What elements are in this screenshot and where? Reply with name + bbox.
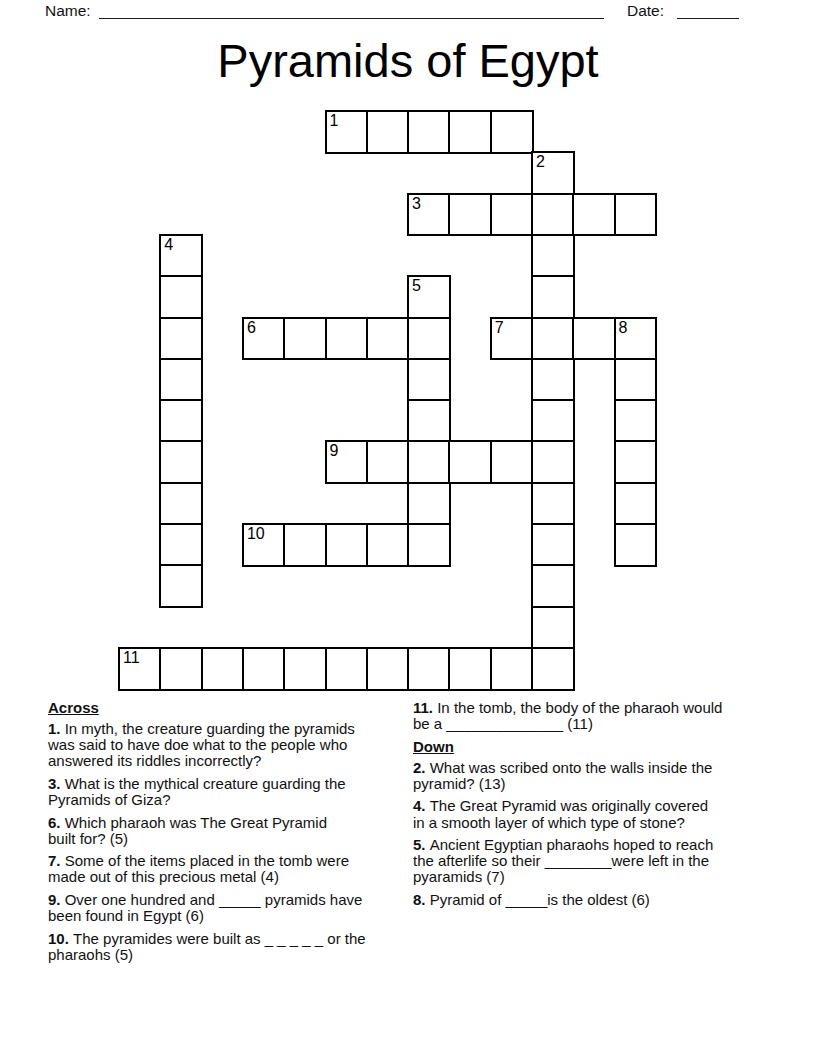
grid-cell[interactable]: 8	[614, 317, 658, 361]
grid-cell[interactable]	[531, 399, 575, 443]
grid-cell[interactable]	[614, 358, 658, 402]
grid-cell[interactable]	[159, 358, 203, 402]
grid-cell[interactable]	[531, 482, 575, 526]
grid-cell[interactable]	[531, 440, 575, 484]
clue-item: 10. The pyramides were built as _ _ _ _ …	[48, 931, 410, 963]
grid-cell[interactable]	[242, 647, 286, 691]
clue-number: 10	[247, 526, 265, 542]
across-clues-list: 1. In myth, the creature guarding the py…	[48, 721, 410, 963]
across-clues-column: Across 1. In myth, the creature guarding…	[48, 700, 410, 969]
grid-cell[interactable]	[572, 193, 616, 237]
grid-cell[interactable]	[366, 440, 410, 484]
grid-cell[interactable]	[283, 523, 327, 567]
grid-cell[interactable]: 10	[242, 523, 286, 567]
clue-number: 8	[619, 320, 628, 336]
down-header: Down	[413, 739, 779, 755]
clue-item: 1. In myth, the creature guarding the py…	[48, 721, 410, 769]
grid-cell[interactable]	[572, 317, 616, 361]
grid-cell[interactable]	[614, 523, 658, 567]
clue-item-text: Over one hundred and _____ pyramids have…	[48, 891, 362, 924]
grid-cell[interactable]	[407, 399, 451, 443]
clue-item-text: The Great Pyramid was originally covered…	[413, 797, 708, 830]
grid-cell[interactable]	[448, 647, 492, 691]
grid-cell[interactable]: 7	[490, 317, 534, 361]
grid-cell[interactable]	[448, 110, 492, 154]
grid-cell[interactable]	[531, 358, 575, 402]
down-clues-list: 2. What was scribed onto the walls insid…	[413, 760, 779, 908]
grid-cell[interactable]	[614, 193, 658, 237]
grid-cell[interactable]	[490, 110, 534, 154]
grid-cell[interactable]	[531, 564, 575, 608]
name-label: Name:	[45, 2, 91, 19]
grid-cell[interactable]: 6	[242, 317, 286, 361]
clue-item-text: In myth, the creature guarding the pyram…	[48, 720, 355, 769]
grid-cell[interactable]	[159, 317, 203, 361]
clue-item-number: 4.	[413, 797, 430, 814]
grid-cell[interactable]	[407, 647, 451, 691]
clue-item: 7. Some of the items placed in the tomb …	[48, 853, 410, 885]
grid-cell[interactable]	[283, 647, 327, 691]
grid-cell[interactable]	[448, 440, 492, 484]
clue-item-text: The pyramides were built as _ _ _ _ _ or…	[48, 930, 366, 963]
grid-cell[interactable]	[490, 440, 534, 484]
clue-item-number: 7.	[48, 852, 65, 869]
clue-item: 8. Pyramid of _____is the oldest (6)	[413, 892, 779, 908]
clue-item-text: Ancient Egyptian pharaohs hoped to reach…	[413, 836, 713, 885]
grid-cell[interactable]	[159, 564, 203, 608]
clue-item: 11. In the tomb, the body of the pharaoh…	[413, 700, 779, 732]
grid-cell[interactable]: 5	[407, 275, 451, 319]
clue-item-number: 8.	[413, 891, 430, 908]
grid-cell[interactable]	[366, 317, 410, 361]
grid-cell[interactable]	[201, 647, 245, 691]
clue-item-number: 1.	[48, 720, 65, 737]
clue-item-text: What is the mythical creature guarding t…	[48, 775, 346, 808]
name-blank-line	[99, 2, 604, 19]
date-label: Date:	[627, 2, 664, 19]
grid-cell[interactable]	[159, 440, 203, 484]
clue-item-text: What was scribed onto the walls inside t…	[413, 759, 712, 792]
clue-item-number: 2.	[413, 759, 430, 776]
grid-cell[interactable]	[407, 110, 451, 154]
clue-item-number: 9.	[48, 891, 65, 908]
grid-cell[interactable]	[531, 317, 575, 361]
clue-number: 6	[247, 320, 256, 336]
date-blank-line	[677, 2, 739, 19]
grid-cell[interactable]	[325, 523, 369, 567]
worksheet-page: Name: Date: Pyramids of Egypt 1234567891…	[0, 0, 816, 1056]
grid-cell[interactable]	[614, 440, 658, 484]
right-clues-column: 11. In the tomb, the body of the pharaoh…	[413, 700, 779, 915]
grid-cell[interactable]	[407, 440, 451, 484]
clue-number: 2	[536, 154, 545, 170]
clue-number: 1	[330, 113, 339, 129]
grid-cell[interactable]	[531, 193, 575, 237]
grid-cell[interactable]	[407, 482, 451, 526]
across-header: Across	[48, 700, 410, 716]
grid-cell[interactable]	[159, 275, 203, 319]
clue-item: 2. What was scribed onto the walls insid…	[413, 760, 779, 792]
clue-item-number: 6.	[48, 814, 65, 831]
grid-cell[interactable]: 4	[159, 234, 203, 278]
grid-cell[interactable]	[325, 647, 369, 691]
grid-cell[interactable]	[614, 399, 658, 443]
grid-cell[interactable]: 2	[531, 151, 575, 195]
clue-item-text: Pyramid of _____is the oldest (6)	[430, 891, 650, 908]
grid-cell[interactable]	[531, 606, 575, 650]
grid-cell[interactable]	[407, 317, 451, 361]
grid-cell[interactable]	[407, 358, 451, 402]
clue-item: 3. What is the mythical creature guardin…	[48, 776, 410, 808]
clue-number: 3	[412, 196, 421, 212]
grid-cell[interactable]: 11	[118, 647, 162, 691]
grid-cell[interactable]	[490, 647, 534, 691]
grid-cell[interactable]	[448, 193, 492, 237]
clue-item: 4. The Great Pyramid was originally cove…	[413, 798, 779, 830]
clue-item-number: 11.	[413, 699, 437, 716]
clue-item: 6. Which pharaoh was The Great Pyramid b…	[48, 815, 410, 847]
grid-cell[interactable]	[531, 647, 575, 691]
clue-number: 4	[164, 237, 173, 253]
grid-cell[interactable]	[325, 317, 369, 361]
puzzle-title: Pyramids of Egypt	[0, 33, 816, 89]
grid-cell[interactable]	[407, 523, 451, 567]
clue-item-text: In the tomb, the body of the pharaoh wou…	[413, 699, 722, 732]
grid-cell[interactable]	[159, 647, 203, 691]
clue-item-number: 10.	[48, 930, 73, 947]
grid-cell[interactable]	[614, 482, 658, 526]
grid-cell[interactable]	[531, 234, 575, 278]
clue-item-number: 3.	[48, 775, 65, 792]
grid-cell[interactable]	[531, 523, 575, 567]
grid-cell[interactable]	[490, 193, 534, 237]
grid-cell[interactable]	[283, 317, 327, 361]
grid-cell[interactable]	[366, 647, 410, 691]
across-continued-list: 11. In the tomb, the body of the pharaoh…	[413, 700, 779, 732]
clue-item-number: 5.	[413, 836, 430, 853]
clue-item-text: Some of the items placed in the tomb wer…	[48, 852, 349, 885]
grid-cell[interactable]: 3	[407, 193, 451, 237]
grid-cell[interactable]: 9	[325, 440, 369, 484]
clue-item: 9. Over one hundred and _____ pyramids h…	[48, 892, 410, 924]
clue-number: 7	[495, 320, 504, 336]
grid-cell[interactable]	[366, 110, 410, 154]
clue-number: 11	[123, 650, 140, 666]
grid-cell[interactable]	[159, 523, 203, 567]
grid-cell[interactable]	[159, 399, 203, 443]
clue-item: 5. Ancient Egyptian pharaohs hoped to re…	[413, 837, 779, 885]
grid-cell[interactable]	[531, 275, 575, 319]
grid-cell[interactable]: 1	[325, 110, 369, 154]
grid-cell[interactable]	[366, 523, 410, 567]
crossword-grid: 1234567891011	[118, 110, 658, 691]
grid-cell[interactable]	[159, 482, 203, 526]
clue-number: 5	[412, 278, 421, 294]
clue-number: 9	[330, 443, 339, 459]
clue-item-text: Which pharaoh was The Great Pyramid buil…	[48, 814, 327, 847]
